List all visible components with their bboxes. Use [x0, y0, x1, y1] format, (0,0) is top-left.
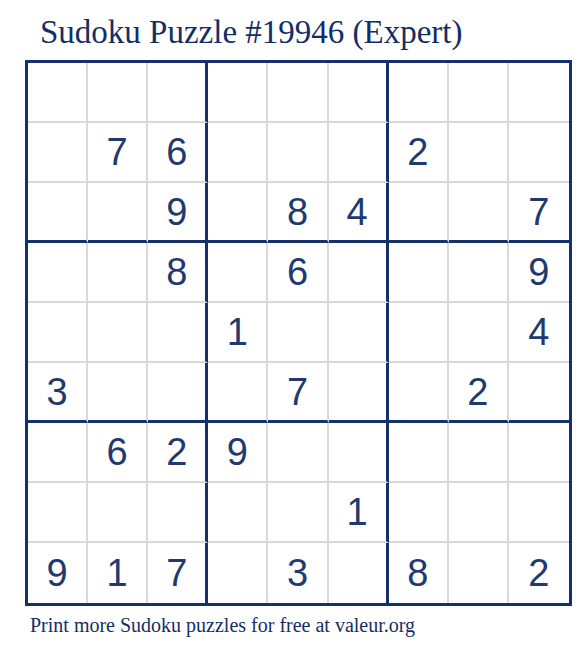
cell-r7c5: [268, 423, 328, 483]
cell-r6c3: [148, 363, 208, 423]
cell-r7c6: [329, 423, 389, 483]
cell-r3c6: 4: [329, 183, 389, 243]
cell-r8c7: [389, 483, 449, 543]
cell-r4c1: [28, 243, 88, 303]
cell-r4c7: [389, 243, 449, 303]
cell-r2c3: 6: [148, 123, 208, 183]
cell-r2c4: [208, 123, 268, 183]
cell-r3c9: 7: [509, 183, 569, 243]
cell-r1c5: [268, 63, 328, 123]
cell-r6c1: 3: [28, 363, 88, 423]
cell-r1c3: [148, 63, 208, 123]
cell-r4c9: 9: [509, 243, 569, 303]
cell-r9c9: 2: [509, 543, 569, 603]
cell-r7c4: 9: [208, 423, 268, 483]
footer-text: Print more Sudoku puzzles for free at va…: [30, 614, 415, 637]
cell-r3c8: [449, 183, 509, 243]
cell-r8c8: [449, 483, 509, 543]
cell-r5c9: 4: [509, 303, 569, 363]
cell-r3c1: [28, 183, 88, 243]
cell-r2c1: [28, 123, 88, 183]
cell-r9c8: [449, 543, 509, 603]
cell-r4c4: [208, 243, 268, 303]
cell-r1c6: [329, 63, 389, 123]
cell-r3c5: 8: [268, 183, 328, 243]
cell-r7c9: [509, 423, 569, 483]
cell-r9c2: 1: [88, 543, 148, 603]
cell-r9c7: 8: [389, 543, 449, 603]
cell-r8c6: 1: [329, 483, 389, 543]
cell-r6c6: [329, 363, 389, 423]
cell-r2c9: [509, 123, 569, 183]
cell-r6c5: 7: [268, 363, 328, 423]
cell-r7c1: [28, 423, 88, 483]
cell-r4c5: 6: [268, 243, 328, 303]
cell-r6c2: [88, 363, 148, 423]
cell-r3c3: 9: [148, 183, 208, 243]
cell-r8c5: [268, 483, 328, 543]
cell-r2c5: [268, 123, 328, 183]
page-title: Sudoku Puzzle #19946 (Expert): [40, 14, 463, 51]
cell-r8c4: [208, 483, 268, 543]
cell-r5c6: [329, 303, 389, 363]
cell-r8c3: [148, 483, 208, 543]
cell-r2c7: 2: [389, 123, 449, 183]
cell-r9c1: 9: [28, 543, 88, 603]
cell-r4c2: [88, 243, 148, 303]
cell-r5c8: [449, 303, 509, 363]
cell-r8c2: [88, 483, 148, 543]
cell-r2c8: [449, 123, 509, 183]
cell-r9c6: [329, 543, 389, 603]
cell-r4c6: [329, 243, 389, 303]
cell-r9c4: [208, 543, 268, 603]
cell-r6c7: [389, 363, 449, 423]
cell-r6c8: 2: [449, 363, 509, 423]
cell-r5c4: 1: [208, 303, 268, 363]
cell-r1c1: [28, 63, 88, 123]
cell-r8c9: [509, 483, 569, 543]
cell-r7c8: [449, 423, 509, 483]
cell-r1c8: [449, 63, 509, 123]
cell-r7c7: [389, 423, 449, 483]
cell-r6c9: [509, 363, 569, 423]
cell-r4c8: [449, 243, 509, 303]
cell-r3c2: [88, 183, 148, 243]
cell-r3c7: [389, 183, 449, 243]
cell-r5c5: [268, 303, 328, 363]
cell-r5c1: [28, 303, 88, 363]
cell-r2c6: [329, 123, 389, 183]
sudoku-page: Sudoku Puzzle #19946 (Expert) 7629847869…: [0, 0, 580, 651]
cell-r5c3: [148, 303, 208, 363]
cell-r1c7: [389, 63, 449, 123]
cell-r7c3: 2: [148, 423, 208, 483]
cell-r5c2: [88, 303, 148, 363]
cell-r9c5: 3: [268, 543, 328, 603]
cell-r6c4: [208, 363, 268, 423]
cell-r1c9: [509, 63, 569, 123]
cell-r5c7: [389, 303, 449, 363]
cell-r2c2: 7: [88, 123, 148, 183]
cell-r8c1: [28, 483, 88, 543]
cell-r7c2: 6: [88, 423, 148, 483]
cell-r9c3: 7: [148, 543, 208, 603]
cell-r3c4: [208, 183, 268, 243]
cell-r1c2: [88, 63, 148, 123]
sudoku-board: 7629847869143726291917382: [25, 60, 572, 606]
cell-r4c3: 8: [148, 243, 208, 303]
cell-r1c4: [208, 63, 268, 123]
